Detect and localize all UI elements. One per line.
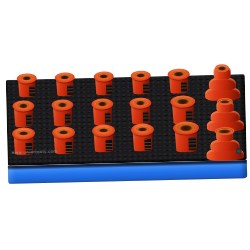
socket-r1c4-cylinder [131, 70, 152, 94]
socket-r1c6-stepped-bell [204, 65, 240, 101]
socket-r2c4-cylinder [129, 97, 152, 125]
socket-size-label-sticker [188, 138, 196, 151]
socket-size-label-sticker [106, 139, 113, 151]
socket-r1c2-cylinder [55, 72, 76, 96]
socket-r2c3-cylinder [91, 98, 114, 126]
socket-size-label-sticker [25, 115, 32, 126]
socket-size-label-sticker [104, 113, 111, 124]
socket-size-label-sticker [64, 114, 71, 125]
product-photo: www.uniortools.com [0, 0, 250, 250]
socket-r1c3-cylinder [94, 71, 115, 95]
socket-r3c3-cylinder [92, 124, 116, 153]
socket-r1c5-cylinder [168, 68, 191, 94]
socket-size-label-sticker [66, 141, 73, 153]
socket-r2c2-cylinder [51, 99, 74, 127]
socket-bore-opening [98, 74, 110, 79]
socket-size-label-sticker [142, 83, 148, 93]
socket-r3c5-cylinder [173, 121, 200, 153]
socket-r3c4-cylinder [131, 123, 155, 152]
socket-size-label-sticker [106, 84, 112, 94]
socket-r2c1-cylinder [12, 100, 35, 128]
socket-r1c1-cylinder [17, 73, 38, 97]
socket-size-label-sticker [181, 82, 188, 93]
tool-tray: www.uniortools.com [6, 74, 247, 184]
socket-size-label-sticker [67, 85, 73, 95]
socket-size-label-sticker [29, 86, 35, 96]
socket-size-label-sticker [145, 138, 152, 150]
foam-corner-mark [236, 148, 242, 154]
socket-r2c6-stepped-bell [206, 99, 244, 132]
socket-r3c6-stepped-bell [206, 128, 244, 161]
socket-size-label-sticker [142, 112, 149, 123]
